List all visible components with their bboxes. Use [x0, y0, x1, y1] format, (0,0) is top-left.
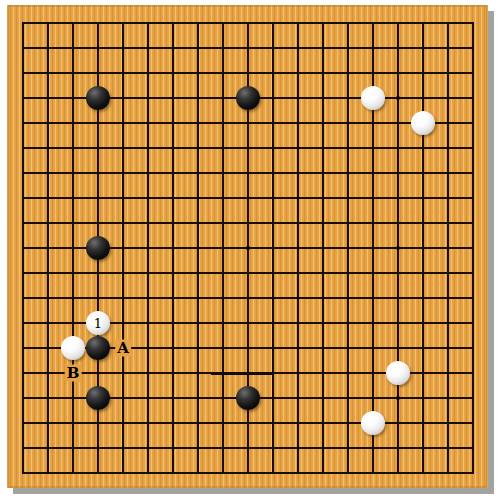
- move-number-label: 1: [86, 311, 110, 335]
- letter-label-b: B: [65, 365, 82, 382]
- page: 1AB: [0, 0, 500, 500]
- marks-layer: 1AB: [7, 5, 488, 488]
- letter-label-a: A: [115, 340, 131, 357]
- go-board[interactable]: 1AB: [7, 5, 488, 488]
